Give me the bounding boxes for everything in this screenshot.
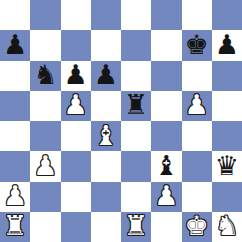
square-h7[interactable]: ♟ [212, 30, 242, 60]
square-h2[interactable] [212, 182, 242, 212]
piece-white-rook[interactable]: ♜ [3, 212, 27, 239]
square-b1[interactable] [30, 212, 60, 242]
square-f7[interactable] [151, 30, 181, 60]
square-d1[interactable] [91, 212, 121, 242]
piece-black-pawn[interactable]: ♟ [215, 31, 239, 58]
square-a2[interactable]: ♟ [0, 182, 30, 212]
square-g4[interactable] [182, 121, 212, 151]
square-h4[interactable] [212, 121, 242, 151]
square-g8[interactable] [182, 0, 212, 30]
square-h3[interactable]: ♛ [212, 151, 242, 181]
square-c1[interactable] [61, 212, 91, 242]
square-h6[interactable] [212, 61, 242, 91]
square-a7[interactable]: ♟ [0, 30, 30, 60]
piece-white-pawn[interactable]: ♟ [3, 182, 27, 209]
square-e6[interactable] [121, 61, 151, 91]
chess-board: ♟♚♟♞♟♟♟♜♟♝♟♝♛♟♟♜♜♚♞ [0, 0, 242, 242]
square-f5[interactable] [151, 91, 181, 121]
square-b2[interactable] [30, 182, 60, 212]
square-a4[interactable] [0, 121, 30, 151]
square-g1[interactable]: ♚ [182, 212, 212, 242]
square-a5[interactable] [0, 91, 30, 121]
square-f8[interactable] [151, 0, 181, 30]
square-b5[interactable] [30, 91, 60, 121]
piece-black-bishop[interactable]: ♝ [154, 152, 178, 179]
square-a3[interactable] [0, 151, 30, 181]
square-e3[interactable] [121, 151, 151, 181]
piece-white-pawn[interactable]: ♟ [64, 91, 88, 118]
piece-black-king[interactable]: ♚ [185, 31, 209, 58]
square-b8[interactable] [30, 0, 60, 30]
piece-black-queen[interactable]: ♛ [215, 152, 239, 179]
square-g2[interactable] [182, 182, 212, 212]
square-g3[interactable] [182, 151, 212, 181]
piece-white-pawn[interactable]: ♟ [33, 152, 57, 179]
square-h8[interactable] [212, 0, 242, 30]
piece-black-knight[interactable]: ♞ [33, 61, 57, 88]
square-c2[interactable] [61, 182, 91, 212]
piece-black-pawn[interactable]: ♟ [3, 31, 27, 58]
square-a8[interactable] [0, 0, 30, 30]
square-e7[interactable] [121, 30, 151, 60]
square-g6[interactable] [182, 61, 212, 91]
square-e1[interactable]: ♜ [121, 212, 151, 242]
piece-white-bishop[interactable]: ♝ [94, 122, 118, 149]
square-d5[interactable] [91, 91, 121, 121]
square-b3[interactable]: ♟ [30, 151, 60, 181]
piece-black-rook[interactable]: ♜ [124, 91, 148, 118]
square-e5[interactable]: ♜ [121, 91, 151, 121]
square-c4[interactable] [61, 121, 91, 151]
square-a1[interactable]: ♜ [0, 212, 30, 242]
piece-white-knight[interactable]: ♞ [215, 212, 239, 239]
square-c6[interactable]: ♟ [61, 61, 91, 91]
square-b6[interactable]: ♞ [30, 61, 60, 91]
square-d7[interactable] [91, 30, 121, 60]
square-d4[interactable]: ♝ [91, 121, 121, 151]
square-d6[interactable]: ♟ [91, 61, 121, 91]
square-b7[interactable] [30, 30, 60, 60]
square-d8[interactable] [91, 0, 121, 30]
square-e4[interactable] [121, 121, 151, 151]
square-g5[interactable]: ♟ [182, 91, 212, 121]
piece-black-pawn[interactable]: ♟ [64, 61, 88, 88]
piece-white-rook[interactable]: ♜ [124, 212, 148, 239]
square-h5[interactable] [212, 91, 242, 121]
square-f1[interactable] [151, 212, 181, 242]
square-c3[interactable] [61, 151, 91, 181]
square-c8[interactable] [61, 0, 91, 30]
square-g7[interactable]: ♚ [182, 30, 212, 60]
square-h1[interactable]: ♞ [212, 212, 242, 242]
piece-white-pawn[interactable]: ♟ [185, 91, 209, 118]
square-f3[interactable]: ♝ [151, 151, 181, 181]
square-f2[interactable]: ♟ [151, 182, 181, 212]
piece-white-pawn[interactable]: ♟ [154, 182, 178, 209]
piece-black-pawn[interactable]: ♟ [94, 61, 118, 88]
square-a6[interactable] [0, 61, 30, 91]
square-d3[interactable] [91, 151, 121, 181]
square-f4[interactable] [151, 121, 181, 151]
piece-white-king[interactable]: ♚ [185, 212, 209, 239]
square-f6[interactable] [151, 61, 181, 91]
square-e8[interactable] [121, 0, 151, 30]
square-c7[interactable] [61, 30, 91, 60]
square-c5[interactable]: ♟ [61, 91, 91, 121]
square-e2[interactable] [121, 182, 151, 212]
square-b4[interactable] [30, 121, 60, 151]
square-d2[interactable] [91, 182, 121, 212]
